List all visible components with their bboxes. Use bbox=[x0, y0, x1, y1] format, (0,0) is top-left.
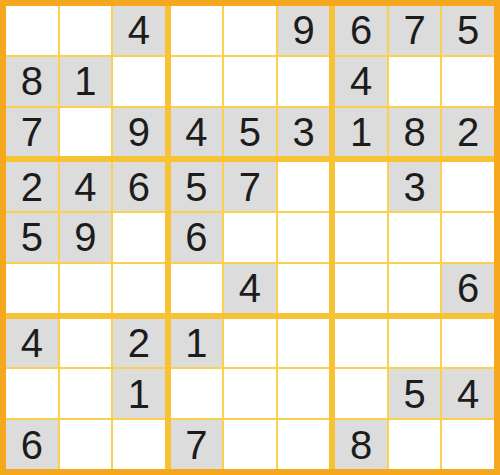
box-1: 48179 bbox=[6, 6, 165, 156]
cell-r6c2[interactable] bbox=[60, 264, 112, 313]
box-2: 9453 bbox=[171, 6, 330, 156]
cell-r9c7: 8 bbox=[335, 420, 387, 469]
cell-r7c6[interactable] bbox=[278, 319, 330, 368]
cell-r6c6[interactable] bbox=[278, 264, 330, 313]
cell-r5c2: 9 bbox=[60, 213, 112, 262]
cell-r3c5: 5 bbox=[224, 108, 276, 157]
cell-r3c2[interactable] bbox=[60, 108, 112, 157]
cell-r4c9[interactable] bbox=[442, 162, 494, 211]
cell-r3c8: 8 bbox=[389, 108, 441, 157]
cell-r4c5: 7 bbox=[224, 162, 276, 211]
cell-r9c2[interactable] bbox=[60, 420, 112, 469]
cell-r6c9: 6 bbox=[442, 264, 494, 313]
cell-r6c7[interactable] bbox=[335, 264, 387, 313]
box-7: 4216 bbox=[6, 319, 165, 469]
cell-r2c8[interactable] bbox=[389, 57, 441, 106]
cell-r8c5[interactable] bbox=[224, 369, 276, 418]
box-4: 24659 bbox=[6, 162, 165, 312]
cell-r8c2[interactable] bbox=[60, 369, 112, 418]
cell-r9c6[interactable] bbox=[278, 420, 330, 469]
box-9: 548 bbox=[335, 319, 494, 469]
cell-r9c5[interactable] bbox=[224, 420, 276, 469]
cell-r7c1: 4 bbox=[6, 319, 58, 368]
cell-r7c9[interactable] bbox=[442, 319, 494, 368]
cell-r3c1: 7 bbox=[6, 108, 58, 157]
cell-r5c8[interactable] bbox=[389, 213, 441, 262]
cell-r1c3: 4 bbox=[113, 6, 165, 55]
cell-r9c3[interactable] bbox=[113, 420, 165, 469]
cell-r8c7[interactable] bbox=[335, 369, 387, 418]
cell-r2c3[interactable] bbox=[113, 57, 165, 106]
cell-r8c9: 4 bbox=[442, 369, 494, 418]
cell-r1c2[interactable] bbox=[60, 6, 112, 55]
cell-r4c6[interactable] bbox=[278, 162, 330, 211]
cell-r7c3: 2 bbox=[113, 319, 165, 368]
cell-r8c3: 1 bbox=[113, 369, 165, 418]
cell-r7c8[interactable] bbox=[389, 319, 441, 368]
cell-r9c9[interactable] bbox=[442, 420, 494, 469]
cell-r2c6[interactable] bbox=[278, 57, 330, 106]
cell-r4c4: 5 bbox=[171, 162, 223, 211]
cell-r7c4: 1 bbox=[171, 319, 223, 368]
cell-r2c9[interactable] bbox=[442, 57, 494, 106]
cell-r1c6: 9 bbox=[278, 6, 330, 55]
cell-r5c7[interactable] bbox=[335, 213, 387, 262]
box-6: 36 bbox=[335, 162, 494, 312]
cell-r3c4: 4 bbox=[171, 108, 223, 157]
cell-r9c8[interactable] bbox=[389, 420, 441, 469]
sudoku-board: 481799453675418224659576436421617548 bbox=[0, 0, 500, 475]
cell-r1c7: 6 bbox=[335, 6, 387, 55]
cell-r9c4: 7 bbox=[171, 420, 223, 469]
cell-r4c3: 6 bbox=[113, 162, 165, 211]
cell-r5c3[interactable] bbox=[113, 213, 165, 262]
cell-r6c8[interactable] bbox=[389, 264, 441, 313]
box-3: 6754182 bbox=[335, 6, 494, 156]
cell-r4c8: 3 bbox=[389, 162, 441, 211]
cell-r5c6[interactable] bbox=[278, 213, 330, 262]
cell-r6c4[interactable] bbox=[171, 264, 223, 313]
cell-r2c1: 8 bbox=[6, 57, 58, 106]
cell-r8c6[interactable] bbox=[278, 369, 330, 418]
cell-r3c9: 2 bbox=[442, 108, 494, 157]
cell-r6c3[interactable] bbox=[113, 264, 165, 313]
cell-r8c8: 5 bbox=[389, 369, 441, 418]
box-8: 17 bbox=[171, 319, 330, 469]
cell-r7c5[interactable] bbox=[224, 319, 276, 368]
cell-r1c9: 5 bbox=[442, 6, 494, 55]
cell-r4c1: 2 bbox=[6, 162, 58, 211]
cell-r8c4[interactable] bbox=[171, 369, 223, 418]
cell-r5c4: 6 bbox=[171, 213, 223, 262]
cell-r7c2[interactable] bbox=[60, 319, 112, 368]
cell-r9c1: 6 bbox=[6, 420, 58, 469]
cell-r6c1[interactable] bbox=[6, 264, 58, 313]
cell-r8c1[interactable] bbox=[6, 369, 58, 418]
cell-r6c5: 4 bbox=[224, 264, 276, 313]
box-5: 5764 bbox=[171, 162, 330, 312]
cell-r1c5[interactable] bbox=[224, 6, 276, 55]
cell-r2c4[interactable] bbox=[171, 57, 223, 106]
cell-r5c9[interactable] bbox=[442, 213, 494, 262]
cell-r2c2: 1 bbox=[60, 57, 112, 106]
cell-r2c7: 4 bbox=[335, 57, 387, 106]
cell-r5c1: 5 bbox=[6, 213, 58, 262]
cell-r2c5[interactable] bbox=[224, 57, 276, 106]
cell-r1c4[interactable] bbox=[171, 6, 223, 55]
cell-r3c7: 1 bbox=[335, 108, 387, 157]
cell-r1c1[interactable] bbox=[6, 6, 58, 55]
cell-r3c6: 3 bbox=[278, 108, 330, 157]
cell-r1c8: 7 bbox=[389, 6, 441, 55]
cell-r5c5[interactable] bbox=[224, 213, 276, 262]
cell-r4c2: 4 bbox=[60, 162, 112, 211]
cell-r4c7[interactable] bbox=[335, 162, 387, 211]
cell-r3c3: 9 bbox=[113, 108, 165, 157]
cell-r7c7[interactable] bbox=[335, 319, 387, 368]
